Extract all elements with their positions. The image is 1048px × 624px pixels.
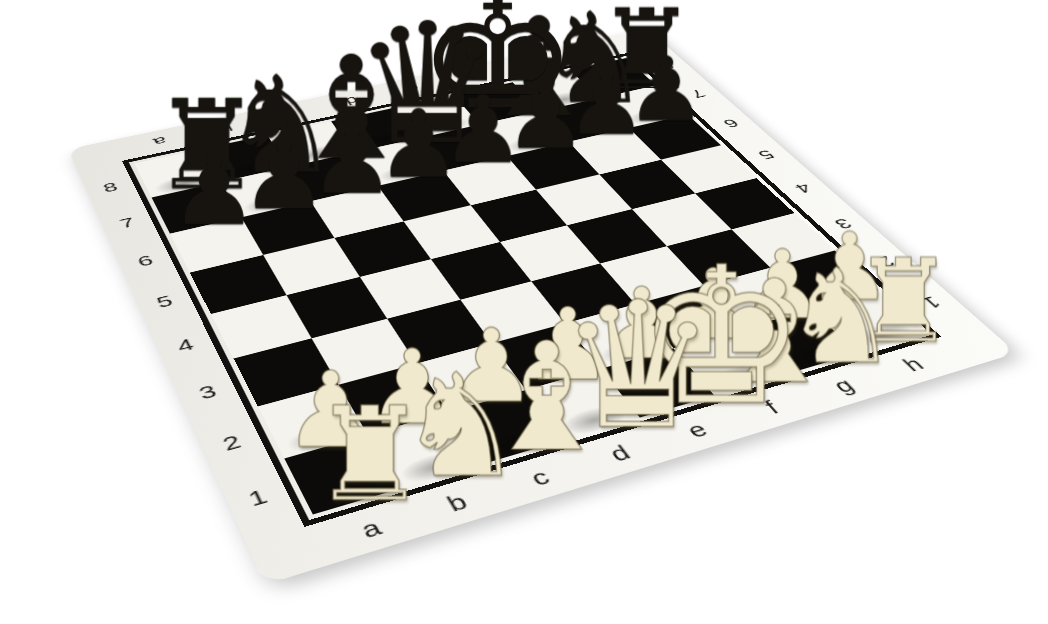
square-d4[interactable] — [431, 242, 531, 300]
scene: ♜♞♝♛♚♝♞♜♟♟♟♟♟♟♟♟♟♟♟♟♟♟♟♟♜♞♝♛♚♝♞♜ abcdefg… — [0, 0, 1048, 624]
chess-mat: ♜♞♝♛♚♝♞♜♟♟♟♟♟♟♟♟♟♟♟♟♟♟♟♟♜♞♝♛♚♝♞♜ abcdefg… — [68, 28, 1017, 584]
screenshot-root: { "game": "chess", "position": { "fen": … — [0, 0, 1048, 624]
piece-black-pawn-a7[interactable]: ♟ — [170, 141, 243, 239]
piece-white-rook-a1[interactable]: ♜ — [312, 390, 404, 520]
